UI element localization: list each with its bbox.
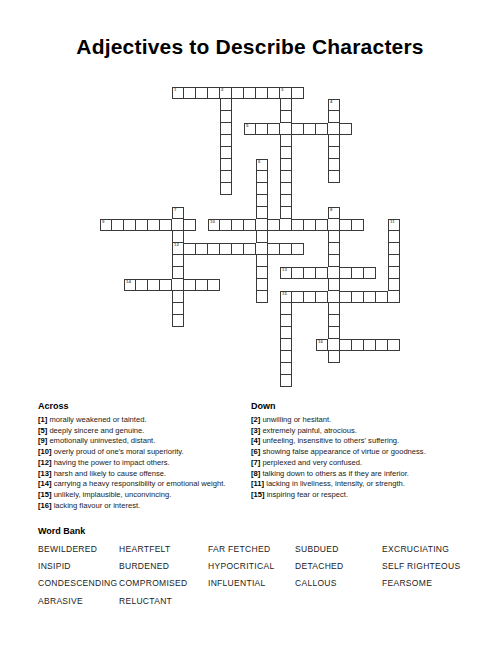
grid-cell-r11c7[interactable] [184, 219, 196, 231]
word-bank-column-4: SUBDUEDDETACHEDCALLOUS [295, 541, 382, 610]
cell-number: 9 [102, 220, 104, 224]
grid-cell-r17c6[interactable] [172, 291, 184, 303]
grid-cell-r1c15[interactable] [280, 99, 292, 111]
grid-cell-r13c13[interactable] [256, 243, 268, 255]
grid-cell-r21c18[interactable]: 16 [316, 339, 328, 351]
grid-cell-r13c9[interactable] [208, 243, 220, 255]
cell-number: 3 [281, 88, 283, 92]
across-clues-section: Across [1] morally weakened or tainted.[… [38, 401, 248, 511]
grid-cell-r8c13[interactable] [256, 183, 268, 195]
grid-cell-r17c13[interactable] [256, 291, 268, 303]
word-bank-heading: Word Bank [38, 526, 85, 536]
grid-cell-r3c12[interactable]: 5 [244, 123, 256, 135]
grid-cell-r13c16[interactable] [292, 243, 304, 255]
cell-number: 4 [330, 100, 332, 104]
grid-cell-r0c14[interactable] [268, 87, 280, 99]
grid-cell-r21c15[interactable] [280, 339, 292, 351]
grid-cell-r11c5[interactable] [160, 219, 172, 231]
grid-cell-r21c20[interactable] [340, 339, 352, 351]
grid-cell-r22c19[interactable] [328, 351, 340, 363]
grid-cell-r17c15[interactable]: 15 [280, 291, 292, 303]
grid-cell-r18c15[interactable] [280, 303, 292, 315]
grid-cell-r16c9[interactable] [208, 279, 220, 291]
grid-cell-r3c14[interactable] [268, 123, 280, 135]
grid-cell-r22c15[interactable] [280, 351, 292, 363]
down-clue-7: [7] perplexed and very confused. [251, 458, 479, 469]
grid-cell-r14c24[interactable] [388, 255, 400, 267]
across-clue-list: [1] morally weakened or tainted.[5] deep… [38, 415, 248, 511]
grid-cell-r8c15[interactable] [280, 183, 292, 195]
grid-cell-r15c19[interactable] [328, 267, 340, 279]
grid-cell-r8c10[interactable] [220, 183, 232, 195]
grid-cell-r15c15[interactable]: 13 [280, 267, 292, 279]
grid-cell-r2c10[interactable] [220, 111, 232, 123]
grid-cell-r11c2[interactable] [124, 219, 136, 231]
cell-number: 12 [174, 243, 179, 247]
grid-cell-r4c15[interactable] [280, 135, 292, 147]
cell-number: 13 [282, 268, 287, 272]
grid-cell-r7c19[interactable] [328, 171, 340, 183]
grid-cell-r10c19[interactable]: 8 [328, 207, 340, 219]
grid-cell-r17c24[interactable] [388, 291, 400, 303]
grid-cell-r15c21[interactable] [352, 267, 364, 279]
grid-cell-r6c15[interactable] [280, 159, 292, 171]
grid-cell-r4c19[interactable] [328, 135, 340, 147]
grid-cell-r11c16[interactable] [292, 219, 304, 231]
grid-cell-r11c9[interactable]: 10 [208, 219, 220, 231]
grid-cell-r13c19[interactable] [328, 243, 340, 255]
crossword-worksheet: { "game": "crossword", "title": "Adjecti… [0, 0, 500, 647]
grid-cell-r15c22[interactable] [364, 267, 376, 279]
across-clue-15: [15] unlikely, implausible, unconvincing… [38, 490, 248, 501]
grid-cell-r11c19[interactable] [328, 219, 340, 231]
word-bank-item: DETACHED [295, 558, 382, 575]
cell-number: 11 [390, 220, 395, 224]
grid-cell-r11c1[interactable] [112, 219, 124, 231]
grid-cell-r16c2[interactable]: 14 [124, 279, 136, 291]
across-clue-16: [16] lacking flavour or interest. [38, 501, 248, 512]
word-bank-item: CALLOUS [295, 575, 382, 592]
grid-cell-r16c13[interactable] [256, 279, 268, 291]
grid-cell-r11c20[interactable] [340, 219, 352, 231]
grid-cell-r15c17[interactable] [304, 267, 316, 279]
grid-cell-r14c13[interactable] [256, 255, 268, 267]
grid-cell-r7c15[interactable] [280, 171, 292, 183]
grid-cell-r16c7[interactable] [184, 279, 196, 291]
grid-cell-r15c6[interactable] [172, 267, 184, 279]
grid-cell-r2c15[interactable] [280, 111, 292, 123]
grid-cell-r14c19[interactable] [328, 255, 340, 267]
word-bank-column-1: BEWILDEREDINSIPIDCONDESCENDINGABRASIVE [38, 541, 119, 610]
grid-cell-r11c10[interactable] [220, 219, 232, 231]
grid-cell-r0c9[interactable] [208, 87, 220, 99]
word-bank-item: SELF RIGHTEOUS [382, 558, 460, 575]
grid-cell-r18c19[interactable] [328, 303, 340, 315]
grid-cell-r16c19[interactable] [328, 279, 340, 291]
across-clue-14: [14] carrying a heavy responsibility or … [38, 479, 248, 490]
crossword-grid: 12345678910111213141516 [100, 87, 400, 387]
grid-cell-r9c15[interactable] [280, 195, 292, 207]
down-clue-3: [3] extremely painful, atrocious. [251, 426, 479, 437]
grid-cell-r0c10[interactable]: 2 [220, 87, 232, 99]
word-bank-item: RELUCTANT [119, 593, 208, 610]
grid-cell-r3c15[interactable] [280, 123, 292, 135]
across-heading: Across [38, 401, 248, 411]
grid-cell-r11c4[interactable] [148, 219, 160, 231]
word-bank-item: CONDESCENDING [38, 575, 119, 592]
grid-cell-r6c13[interactable]: 6 [256, 159, 268, 171]
grid-cell-r11c13[interactable] [256, 219, 268, 231]
grid-cell-r13c12[interactable] [244, 243, 256, 255]
down-clue-6: [6] showing false appearance of virtue o… [251, 447, 479, 458]
grid-cell-r9c13[interactable] [256, 195, 268, 207]
grid-cell-r13c8[interactable] [196, 243, 208, 255]
cell-number: 14 [126, 280, 131, 284]
cell-number: 15 [282, 292, 287, 296]
grid-cell-r11c15[interactable] [280, 219, 292, 231]
down-clue-11: [11] lacking in liveliness, intensity, o… [251, 479, 479, 490]
grid-cell-r11c11[interactable] [232, 219, 244, 231]
word-bank-item: INSIPID [38, 558, 119, 575]
grid-cell-r6c10[interactable] [220, 159, 232, 171]
grid-cell-r0c6[interactable]: 1 [172, 87, 184, 99]
grid-cell-r10c13[interactable] [256, 207, 268, 219]
grid-cell-r16c4[interactable] [148, 279, 160, 291]
grid-cell-r11c3[interactable] [136, 219, 148, 231]
grid-cell-r13c10[interactable] [220, 243, 232, 255]
grid-cell-r12c13[interactable] [256, 231, 268, 243]
grid-cell-r1c19[interactable]: 4 [328, 99, 340, 111]
grid-cell-r0c16[interactable] [292, 87, 304, 99]
word-bank-item: FAR FETCHED [208, 541, 295, 558]
grid-cell-r13c24[interactable] [388, 243, 400, 255]
grid-cell-r16c6[interactable] [172, 279, 184, 291]
grid-cell-r17c19[interactable] [328, 291, 340, 303]
cell-number: 8 [330, 208, 332, 212]
grid-cell-r15c20[interactable] [340, 267, 352, 279]
across-clue-9: [9] emotionally uninvested, distant. [38, 436, 248, 447]
grid-cell-r13c7[interactable] [184, 243, 196, 255]
word-bank-column-2: HEARTFELTBURDENEDCOMPROMISEDRELUCTANT [119, 541, 208, 610]
grid-cell-r13c14[interactable] [268, 243, 280, 255]
grid-cell-r17c20[interactable] [340, 291, 352, 303]
grid-cell-r2c19[interactable] [328, 111, 340, 123]
word-bank-columns: BEWILDEREDINSIPIDCONDESCENDINGABRASIVEHE… [38, 541, 460, 610]
word-bank-column-5: EXCRUCIATINGSELF RIGHTEOUSFEARSOME [382, 541, 460, 610]
grid-cell-r5c15[interactable] [280, 147, 292, 159]
word-bank-item: INFLUENTIAL [208, 575, 295, 592]
grid-cell-r16c24[interactable] [388, 279, 400, 291]
word-bank-item: FEARSOME [382, 575, 460, 592]
grid-cell-r16c8[interactable] [196, 279, 208, 291]
grid-cell-r17c16[interactable] [292, 291, 304, 303]
across-clue-1: [1] morally weakened or tainted. [38, 415, 248, 426]
grid-cell-r21c19[interactable] [328, 339, 340, 351]
cell-number: 6 [258, 160, 260, 164]
grid-cell-r3c13[interactable] [256, 123, 268, 135]
grid-cell-r12c6[interactable] [172, 231, 184, 243]
grid-cell-r19c6[interactable] [172, 315, 184, 327]
word-bank-item: ABRASIVE [38, 593, 119, 610]
grid-cell-r17c23[interactable] [376, 291, 388, 303]
grid-cell-r6c19[interactable] [328, 159, 340, 171]
grid-cell-r11c17[interactable] [304, 219, 316, 231]
grid-cell-r0c15[interactable]: 3 [280, 87, 292, 99]
grid-cell-r3c10[interactable] [220, 123, 232, 135]
grid-cell-r7c13[interactable] [256, 171, 268, 183]
grid-cell-r19c19[interactable] [328, 315, 340, 327]
down-clue-15: [15] inspiring fear or respect. [251, 490, 479, 501]
grid-cell-r4c10[interactable] [220, 135, 232, 147]
across-clue-5: [5] deeply sincere and genuine. [38, 426, 248, 437]
grid-cell-r13c6[interactable]: 12 [172, 243, 184, 255]
grid-cell-r15c24[interactable] [388, 267, 400, 279]
grid-cell-r3c17[interactable] [304, 123, 316, 135]
grid-cell-r3c20[interactable] [340, 123, 352, 135]
grid-cell-r10c15[interactable] [280, 207, 292, 219]
grid-cell-r20c15[interactable] [280, 327, 292, 339]
word-bank-item: HEARTFELT [119, 541, 208, 558]
word-bank-column-3: FAR FETCHEDHYPOCRITICALINFLUENTIAL [208, 541, 295, 610]
grid-cell-r10c6[interactable]: 7 [172, 207, 184, 219]
word-bank-item: COMPROMISED [119, 575, 208, 592]
word-bank-item: HYPOCRITICAL [208, 558, 295, 575]
grid-cell-r0c8[interactable] [196, 87, 208, 99]
across-clue-12: [12] having the power to impact others. [38, 458, 248, 469]
grid-cell-r17c18[interactable] [316, 291, 328, 303]
down-heading: Down [251, 401, 479, 411]
grid-cell-r3c19[interactable] [328, 123, 340, 135]
grid-cell-r21c23[interactable] [376, 339, 388, 351]
word-bank-item: EXCRUCIATING [382, 541, 460, 558]
grid-cell-r3c16[interactable] [292, 123, 304, 135]
grid-cell-r17c22[interactable] [364, 291, 376, 303]
across-clue-10: [10] overly proud of one's moral superio… [38, 447, 248, 458]
across-clue-13: [13] harsh and likely to cause offense. [38, 469, 248, 480]
grid-cell-r0c13[interactable] [256, 87, 268, 99]
grid-cell-r11c18[interactable] [316, 219, 328, 231]
grid-cell-r21c21[interactable] [352, 339, 364, 351]
grid-cell-r21c22[interactable] [364, 339, 376, 351]
grid-cell-r21c24[interactable] [388, 339, 400, 351]
grid-cell-r18c6[interactable] [172, 303, 184, 315]
grid-cell-r0c12[interactable] [244, 87, 256, 99]
grid-cell-r15c16[interactable] [292, 267, 304, 279]
grid-cell-r15c13[interactable] [256, 267, 268, 279]
page-title: Adjectives to Describe Characters [0, 35, 500, 59]
grid-cell-r13c15[interactable] [280, 243, 292, 255]
cell-number: 1 [174, 88, 176, 92]
cell-number: 7 [174, 208, 176, 212]
grid-cell-r15c18[interactable] [316, 267, 328, 279]
grid-cell-r23c15[interactable] [280, 363, 292, 375]
grid-cell-r5c10[interactable] [220, 147, 232, 159]
grid-cell-r14c6[interactable] [172, 255, 184, 267]
grid-cell-r17c17[interactable] [304, 291, 316, 303]
down-clue-8: [8] talking down to others as if they ar… [251, 469, 479, 480]
grid-cell-r3c18[interactable] [316, 123, 328, 135]
word-bank-item: SUBDUED [295, 541, 382, 558]
cell-number: 5 [246, 124, 248, 128]
grid-cell-r19c15[interactable] [280, 315, 292, 327]
down-clue-2: [2] unwilling or hesitant. [251, 415, 479, 426]
grid-cell-r12c19[interactable] [328, 231, 340, 243]
grid-cell-r11c21[interactable] [352, 219, 364, 231]
down-clue-4: [4] unfeeling, insensitive to others' su… [251, 436, 479, 447]
grid-cell-r11c12[interactable] [244, 219, 256, 231]
grid-cell-r0c7[interactable] [184, 87, 196, 99]
cell-number: 16 [318, 340, 323, 344]
word-bank-item: BEWILDERED [38, 541, 119, 558]
grid-cell-r11c0[interactable]: 9 [100, 219, 112, 231]
grid-cell-r11c24[interactable]: 11 [388, 219, 400, 231]
grid-cell-r11c6[interactable] [172, 219, 184, 231]
grid-cell-r17c21[interactable] [352, 291, 364, 303]
grid-cell-r11c14[interactable] [268, 219, 280, 231]
down-clues-section: Down [2] unwilling or hesitant.[3] extre… [251, 401, 479, 501]
grid-cell-r0c11[interactable] [232, 87, 244, 99]
grid-cell-r5c19[interactable] [328, 147, 340, 159]
grid-cell-r7c10[interactable] [220, 171, 232, 183]
grid-cell-r13c11[interactable] [232, 243, 244, 255]
grid-cell-r24c15[interactable] [280, 375, 292, 387]
grid-cell-r12c24[interactable] [388, 231, 400, 243]
grid-cell-r1c10[interactable] [220, 99, 232, 111]
grid-cell-r16c3[interactable] [136, 279, 148, 291]
word-bank-item: BURDENED [119, 558, 208, 575]
cell-number: 10 [210, 220, 215, 224]
cell-number: 2 [221, 88, 223, 92]
grid-cell-r20c19[interactable] [328, 327, 340, 339]
down-clue-list: [2] unwilling or hesitant.[3] extremely … [251, 415, 479, 501]
grid-cell-r16c5[interactable] [160, 279, 172, 291]
